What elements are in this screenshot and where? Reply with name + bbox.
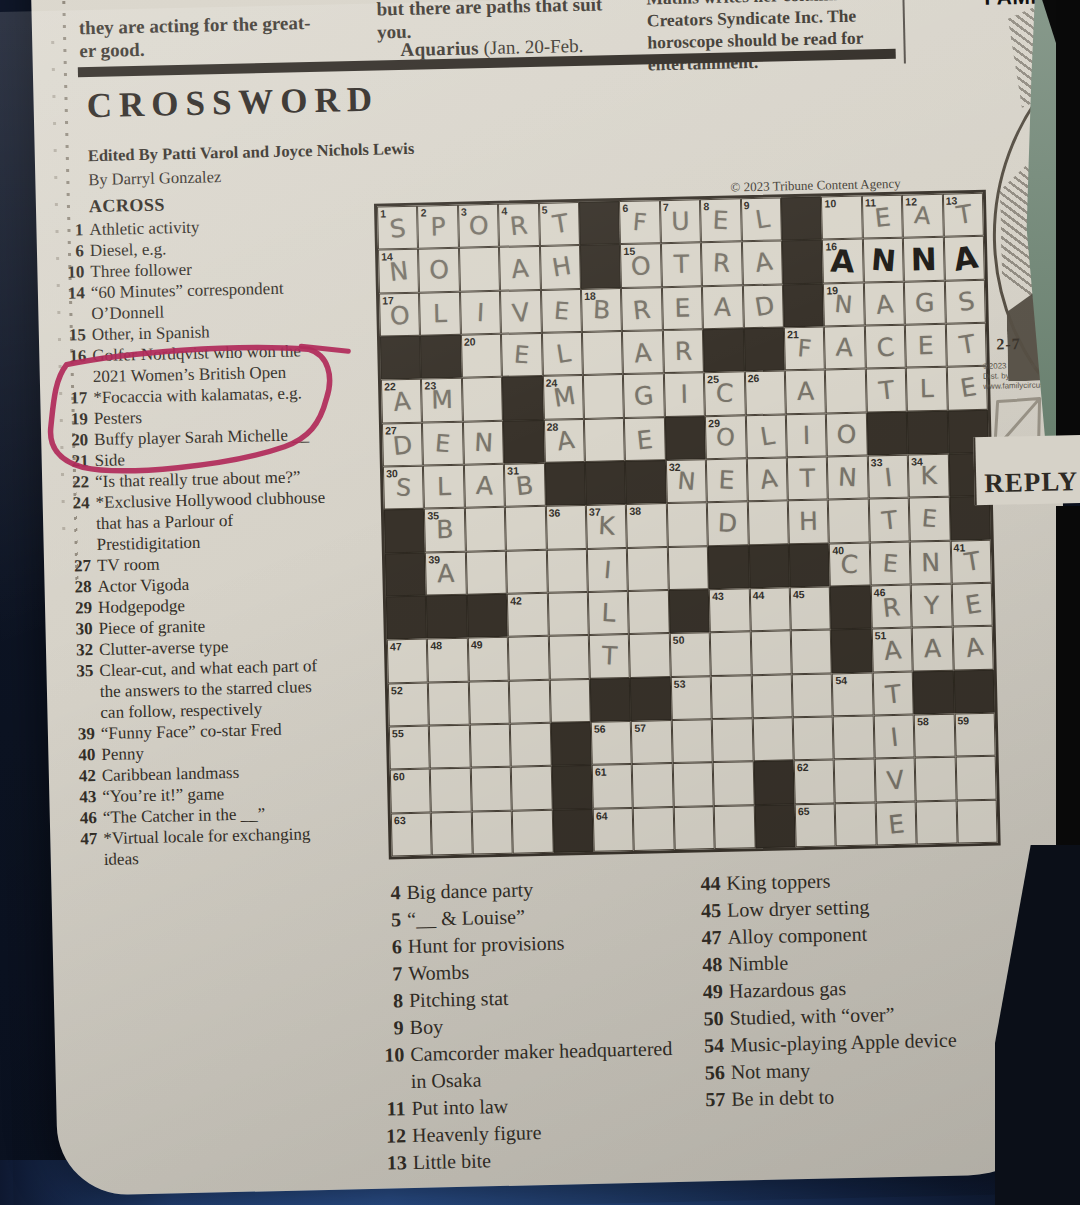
cell-r1c4[interactable]: 4R	[498, 203, 539, 247]
cell-r7c13[interactable]: 33I	[868, 455, 909, 499]
cell-r13c7[interactable]: 57	[631, 720, 672, 764]
reply-label: REPLY	[984, 466, 1079, 499]
handwritten-letter: O	[827, 413, 867, 456]
cell-r6c14	[907, 410, 948, 454]
cell-r1c12[interactable]: 10	[821, 196, 862, 240]
cell-r12c13[interactable]: T	[873, 671, 914, 715]
cell-r8c12[interactable]	[828, 499, 869, 543]
cell-r7c12[interactable]: N	[827, 456, 868, 500]
cell-r15c13[interactable]: E	[875, 801, 916, 845]
handwritten-letter: T	[788, 457, 827, 499]
clue-number: 11	[373, 1095, 412, 1123]
cell-r7c10[interactable]: A	[746, 457, 787, 501]
clue-number: 39	[69, 723, 101, 745]
cell-r7c11[interactable]: T	[787, 456, 828, 500]
cell-r5c3[interactable]	[462, 377, 503, 421]
cell-r15c1[interactable]: 63	[391, 812, 432, 856]
cell-r2c12[interactable]: 16A	[822, 239, 863, 283]
clue-number: 6	[58, 240, 90, 262]
handwritten-letter: A	[746, 456, 791, 503]
handwritten-letter: A	[426, 552, 465, 594]
handwritten-letter: C	[864, 325, 907, 370]
cell-r10c12	[830, 585, 871, 629]
cell-r7c2[interactable]: L	[423, 465, 464, 509]
cell-r14c10	[753, 761, 794, 805]
cell-r5c9[interactable]: 25C	[704, 372, 745, 416]
handwritten-letter: E	[423, 422, 463, 464]
cell-r8c4[interactable]	[505, 506, 546, 550]
cell-r9c4[interactable]	[506, 549, 547, 593]
handwritten-letter: L	[420, 292, 459, 334]
cell-r7c6	[585, 461, 626, 505]
cell-r8c11[interactable]: H	[788, 500, 829, 544]
clue-24-across: 24*Exclusive Hollywood clubhouse that ha…	[63, 487, 328, 556]
cell-r1c11	[781, 197, 822, 241]
cell-r9c14[interactable]: N	[910, 540, 951, 584]
cell-r8c10[interactable]	[747, 501, 788, 545]
cell-r10c9[interactable]: 43	[709, 588, 750, 632]
handwritten-letter: I	[665, 374, 704, 416]
cell-r6c7[interactable]: E	[624, 417, 665, 461]
cell-r13c3[interactable]	[470, 724, 511, 768]
cell-r10c15[interactable]: E	[951, 583, 992, 627]
cell-r14c3[interactable]	[471, 767, 512, 811]
cell-r12c2[interactable]	[428, 681, 469, 725]
torn-article-fragment-left: they are acting for the great- er good.	[79, 10, 375, 63]
cell-r8c14[interactable]: E	[909, 497, 950, 541]
clue-number: 43	[70, 786, 102, 808]
cell-r6c12[interactable]: O	[826, 412, 867, 456]
cell-r1c9[interactable]: 8E	[700, 198, 741, 242]
cell-r3c12[interactable]: 19N	[823, 282, 864, 326]
cell-number: 53	[674, 677, 686, 689]
clue-number: 46	[71, 807, 103, 829]
cell-r4c9	[703, 328, 744, 372]
across-clue-list: 1Athletic activity6Diesel, e.g.10Three f…	[57, 214, 336, 871]
handwritten-letter: S	[944, 278, 989, 325]
handwritten-letter: E	[701, 199, 741, 242]
cell-r9c12[interactable]: 40C	[829, 542, 870, 586]
cell-r5c5[interactable]: 24M	[543, 375, 584, 419]
cell-r11c3[interactable]: 49	[468, 637, 509, 681]
cell-r11c10[interactable]	[750, 631, 791, 675]
cell-r4c8[interactable]: R	[663, 329, 704, 373]
cell-r13c8[interactable]	[672, 719, 713, 763]
down-clue-list-left: 4Big dance party5“__ & Louise”6Hunt for …	[368, 873, 683, 1177]
cell-r14c12[interactable]	[834, 759, 875, 803]
cell-r13c15[interactable]: 59	[954, 713, 995, 757]
cell-r1c1[interactable]: 1S	[377, 206, 418, 250]
clue-number: 10	[372, 1041, 411, 1096]
cell-r11c11[interactable]	[791, 630, 832, 674]
cell-r2c3[interactable]	[459, 247, 500, 291]
handwritten-letter: T	[865, 368, 908, 413]
handwritten-letter: L	[588, 592, 628, 635]
cell-r10c5[interactable]	[547, 592, 588, 636]
handwritten-letter: L	[745, 412, 790, 459]
cell-r1c5[interactable]: 5T	[539, 202, 580, 246]
cell-r2c14[interactable]: N	[903, 237, 944, 281]
cell-r4c5[interactable]: L	[542, 332, 583, 376]
cell-r4c3[interactable]: 20	[461, 334, 502, 378]
cell-number: 62	[797, 761, 809, 773]
handwritten-letter: C	[830, 543, 870, 586]
cell-r11c13[interactable]: 51A	[872, 628, 913, 672]
cell-number: 52	[391, 684, 403, 696]
cell-r5c12[interactable]	[825, 369, 866, 413]
cell-r9c5[interactable]	[546, 549, 587, 593]
handwritten-letter: N	[904, 238, 943, 280]
handwritten-letter: O	[458, 204, 498, 247]
cell-r6c5[interactable]: 28A	[544, 419, 585, 463]
cell-r14c13[interactable]: V	[874, 758, 915, 802]
cell-r4c12[interactable]: A	[824, 326, 865, 370]
cell-r15c2[interactable]	[431, 811, 472, 855]
cell-r8c9[interactable]: D	[707, 502, 748, 546]
cell-r8c2[interactable]: 35B	[424, 508, 465, 552]
cell-r8c7[interactable]: 38	[626, 503, 667, 547]
clue-number: 29	[66, 597, 98, 619]
clue-text: *Exclusive Hollywood clubhouse that has …	[95, 487, 328, 555]
cell-r6c6[interactable]	[584, 418, 625, 462]
clue-number: 14	[59, 282, 92, 325]
cell-r14c6[interactable]: 61	[592, 764, 633, 808]
cell-r12c7	[630, 677, 671, 721]
handwritten-letter: A	[786, 371, 825, 413]
cell-r3c6[interactable]: 18B	[581, 288, 622, 332]
cell-r9c13[interactable]: E	[870, 541, 911, 585]
cell-r6c11[interactable]: I	[786, 413, 827, 457]
cell-number: 44	[752, 589, 764, 601]
clue-number: 13	[374, 1149, 413, 1177]
cell-r1c15[interactable]: 13T	[942, 193, 983, 237]
cell-r5c11[interactable]: A	[785, 370, 826, 414]
handwritten-letter: B	[581, 288, 621, 331]
cell-r10c7[interactable]	[628, 590, 669, 634]
cell-r10c6[interactable]: L	[588, 591, 629, 635]
handwritten-letter: R	[870, 585, 913, 630]
cell-r11c1[interactable]: 47	[387, 639, 428, 683]
cell-r11c8[interactable]: 50	[670, 632, 711, 676]
handwritten-letter: F	[620, 201, 660, 243]
handwritten-letter: A	[380, 379, 423, 424]
cell-number: 55	[392, 727, 404, 739]
handwritten-letter: Y	[912, 585, 951, 627]
cell-r11c2[interactable]: 48	[427, 638, 468, 682]
clue-number: 50	[691, 1005, 730, 1033]
cell-r7c14[interactable]: 34K	[908, 454, 949, 498]
handwritten-letter: E	[910, 498, 950, 540]
cell-r14c4[interactable]	[511, 766, 552, 810]
cell-r6c2[interactable]: E	[422, 421, 463, 465]
cell-r2c8[interactable]: T	[661, 243, 702, 287]
cell-r5c15[interactable]: E	[946, 366, 987, 410]
clue-number: 56	[692, 1059, 731, 1087]
cell-r9c6[interactable]: I	[587, 548, 628, 592]
cell-r5c1[interactable]: 22A	[381, 379, 422, 423]
handwritten-letter: B	[425, 509, 464, 551]
handwritten-letter: A	[499, 247, 542, 292]
handwritten-letter: I	[873, 715, 916, 760]
cell-r1c7[interactable]: 6F	[619, 200, 660, 244]
cell-r2c15[interactable]: A	[943, 236, 984, 280]
cell-r2c7[interactable]: 15O	[620, 243, 661, 287]
cell-r14c2[interactable]	[430, 768, 471, 812]
cell-r7c4[interactable]: 31B	[504, 463, 545, 507]
clue-number: 49	[691, 978, 730, 1006]
cell-r12c9[interactable]	[711, 675, 752, 719]
cell-r4c13[interactable]: C	[865, 325, 906, 369]
cell-r8c13[interactable]: T	[869, 498, 910, 542]
comic-date: 2-7	[996, 335, 1021, 354]
cell-r6c10[interactable]: L	[745, 414, 786, 458]
cell-r3c9[interactable]: A	[702, 285, 743, 329]
cell-r1c2[interactable]: 2P	[417, 205, 458, 249]
clue-text: Clear-cut, and what each part of the ans…	[99, 655, 332, 723]
cell-r5c6[interactable]	[583, 374, 624, 418]
cell-r9c15[interactable]: 41T	[950, 539, 991, 583]
cell-r2c5[interactable]: H	[540, 245, 581, 289]
cell-r12c5[interactable]	[549, 679, 590, 723]
cell-r3c2[interactable]: L	[419, 291, 460, 335]
cell-r5c14[interactable]: L	[906, 367, 947, 411]
handwritten-letter: E	[541, 290, 581, 332]
cell-r1c8[interactable]: 7U	[660, 199, 701, 243]
cell-r15c6[interactable]: 64	[593, 808, 634, 852]
cell-r7c8[interactable]: 32N	[666, 459, 707, 503]
clue-text: *Virtual locale for exchanging ideas	[103, 823, 336, 870]
cell-r7c9[interactable]: E	[706, 458, 747, 502]
cell-r3c14[interactable]: G	[904, 280, 945, 324]
torn-article-fragment-right: Mathis writes her column for Creators Sy…	[646, 0, 906, 75]
cell-r10c13[interactable]: 46R	[871, 585, 912, 629]
cell-r10c10[interactable]: 44	[749, 587, 790, 631]
handwritten-letter: I	[460, 291, 500, 334]
handwritten-letter: K	[909, 455, 948, 497]
cell-r2c1[interactable]: 14N	[378, 249, 419, 293]
cell-r10c4[interactable]: 42	[507, 593, 548, 637]
handwritten-letter: A	[622, 331, 665, 376]
cell-r4c1	[380, 336, 421, 380]
handwritten-letter: V	[500, 290, 543, 335]
handwritten-letter: G	[905, 281, 944, 323]
cell-r13c11[interactable]	[793, 716, 834, 760]
handwritten-letter: C	[705, 372, 745, 415]
clue-text: Be in debt to	[731, 1079, 1029, 1113]
cell-r13c1[interactable]: 55	[389, 726, 430, 770]
handwritten-letter: A	[863, 282, 906, 327]
cell-r12c3[interactable]	[469, 680, 510, 724]
cell-r15c3[interactable]	[472, 810, 513, 854]
handwritten-letter: N	[824, 283, 864, 325]
cell-r11c9[interactable]	[710, 632, 751, 676]
cell-r5c8[interactable]: I	[664, 373, 705, 417]
cell-r12c12[interactable]: 54	[832, 672, 873, 716]
cell-r14c1[interactable]: 60	[390, 769, 431, 813]
cell-r4c15[interactable]: T	[945, 323, 986, 367]
handwritten-letter: N	[828, 456, 868, 499]
cell-r13c13[interactable]: I	[874, 715, 915, 759]
clue-number: 47	[71, 828, 104, 871]
cell-r12c4[interactable]	[509, 679, 550, 723]
clue-number: 27	[65, 555, 97, 577]
cell-r4c4[interactable]: E	[501, 333, 542, 377]
cell-r15c7[interactable]	[633, 807, 674, 851]
cell-r11c5[interactable]	[548, 635, 589, 679]
background-black-strip-top	[1056, 0, 1080, 437]
cell-r15c11[interactable]: 65	[795, 803, 836, 847]
crossword-grid[interactable]: 1S2P3O4R5T6F7U8E9L1011E12A13T14NOAH15OTR…	[374, 190, 1001, 860]
handwritten-letter: R	[498, 203, 541, 248]
cell-r14c14[interactable]	[915, 757, 956, 801]
cell-number: 63	[394, 814, 406, 826]
cell-r14c5	[551, 765, 592, 809]
cell-r13c14[interactable]: 58	[914, 714, 955, 758]
cell-r15c12[interactable]	[835, 802, 876, 846]
cell-r12c6	[590, 678, 631, 722]
cell-r15c15[interactable]	[956, 799, 997, 843]
handwritten-letter: T	[950, 538, 995, 585]
cell-r10c14[interactable]: Y	[911, 584, 952, 628]
cell-r15c14[interactable]	[916, 800, 957, 844]
clue-number: 19	[62, 408, 94, 430]
cell-r11c15[interactable]: A	[952, 626, 993, 670]
clue-number: 28	[65, 576, 97, 598]
handwritten-letter: A	[943, 235, 988, 282]
cell-r3c3[interactable]: I	[460, 290, 501, 334]
clue-number: 30	[66, 618, 98, 640]
cell-r11c12	[831, 629, 872, 673]
cell-r11c4[interactable]	[508, 636, 549, 680]
cell-r11c6[interactable]: T	[589, 634, 630, 678]
cell-r1c13[interactable]: 11E	[862, 195, 903, 239]
cell-r2c9[interactable]: R	[701, 242, 742, 286]
handwritten-letter: H	[539, 244, 584, 291]
cell-r8c8[interactable]	[667, 503, 708, 547]
handwritten-letter: A	[543, 417, 588, 464]
cell-r3c13[interactable]: A	[864, 281, 905, 325]
handwritten-letter: N	[911, 541, 950, 583]
cell-number: 61	[595, 766, 607, 778]
cell-r15c8[interactable]	[674, 806, 715, 850]
handwritten-letter: T	[868, 498, 911, 543]
cell-r12c10[interactable]	[751, 674, 792, 718]
cell-r2c4[interactable]: A	[499, 246, 540, 290]
cell-r9c7[interactable]	[627, 547, 668, 591]
cell-r12c11[interactable]	[792, 673, 833, 717]
cell-r15c9[interactable]	[714, 805, 755, 849]
cell-r5c2[interactable]: 23M	[421, 378, 462, 422]
cell-r13c12[interactable]	[833, 715, 874, 759]
clue-number: 48	[690, 951, 729, 979]
cell-r1c14[interactable]: 12A	[902, 194, 943, 238]
cell-r9c3[interactable]	[466, 550, 507, 594]
cell-r4c14[interactable]: E	[905, 324, 946, 368]
cell-r14c15[interactable]	[955, 756, 996, 800]
handwritten-letter: O	[620, 244, 663, 289]
cell-r13c9[interactable]	[712, 718, 753, 762]
cell-r4c10	[743, 327, 784, 371]
cell-r9c8[interactable]	[668, 546, 709, 590]
handwritten-letter: L	[907, 368, 946, 410]
clue-number: 7	[370, 960, 409, 988]
cell-r3c4[interactable]: V	[500, 290, 541, 334]
clue-number: 10	[58, 261, 90, 283]
cell-r6c9[interactable]: 29O	[705, 415, 746, 459]
cell-r1c10[interactable]: 9L	[741, 197, 782, 241]
cell-number: 48	[430, 640, 442, 652]
cell-r3c15[interactable]: S	[944, 279, 985, 323]
cell-r6c1[interactable]: 27D	[382, 422, 423, 466]
handwritten-letter: T	[942, 191, 987, 238]
cell-r2c13[interactable]: N	[863, 238, 904, 282]
cell-r11c7[interactable]	[629, 633, 670, 677]
clue-number: 24	[63, 492, 96, 556]
cell-r1c3[interactable]: 3O	[458, 204, 499, 248]
cell-r3c7[interactable]: R	[621, 287, 662, 331]
cell-r13c6[interactable]: 56	[591, 721, 632, 765]
clue-number: 5	[369, 906, 408, 934]
cell-r12c8[interactable]: 53	[671, 676, 712, 720]
cell-r4c11[interactable]: 21F	[784, 326, 825, 370]
handwritten-letter: I	[867, 455, 910, 500]
cell-r2c10[interactable]: A	[742, 241, 783, 285]
cell-r3c10[interactable]: D	[742, 284, 783, 328]
cell-r13c2[interactable]	[429, 725, 470, 769]
cell-r7c1[interactable]: 30S	[383, 466, 424, 510]
handwritten-letter: S	[384, 467, 424, 509]
cell-r10c11[interactable]: 45	[790, 586, 831, 630]
cell-r8c6[interactable]: 37K	[586, 504, 627, 548]
cell-r14c7[interactable]	[632, 763, 673, 807]
cell-r15c4[interactable]	[512, 809, 553, 853]
cell-r3c8[interactable]: E	[662, 286, 703, 330]
cell-r14c11[interactable]: 62	[794, 760, 835, 804]
handwritten-letter: E	[906, 325, 945, 367]
clue-number: 54	[692, 1032, 731, 1060]
handwritten-letter: E	[870, 542, 910, 584]
handwritten-letter: E	[663, 287, 702, 329]
cell-r6c3[interactable]: N	[463, 420, 504, 464]
cell-r5c10[interactable]: 26	[744, 371, 785, 415]
cell-r3c5[interactable]: E	[541, 289, 582, 333]
cell-r4c6[interactable]	[582, 331, 623, 375]
cell-r4c7[interactable]: A	[622, 330, 663, 374]
cell-r8c5[interactable]: 36	[545, 505, 586, 549]
cell-number: 58	[917, 715, 929, 727]
cell-r13c4[interactable]	[510, 723, 551, 767]
cell-r2c2[interactable]: O	[418, 248, 459, 292]
down-clues-column-right: 44King toppers45Low dryer setting47Alloy…	[688, 863, 1028, 1114]
cell-r3c1[interactable]: 17O	[379, 292, 420, 336]
cell-r11c14[interactable]: A	[912, 627, 953, 671]
cell-r12c1[interactable]: 52	[388, 682, 429, 726]
cell-r14c9[interactable]	[713, 762, 754, 806]
clue-number: 22	[63, 471, 95, 493]
clue-number: 6	[370, 933, 409, 961]
cell-r6c13	[867, 411, 908, 455]
cell-r13c10[interactable]	[752, 717, 793, 761]
cell-r5c13[interactable]: T	[866, 368, 907, 412]
cell-r9c2[interactable]: 39A	[425, 551, 466, 595]
handwritten-letter: A	[703, 286, 743, 329]
cell-r8c3[interactable]	[465, 507, 506, 551]
cell-r7c3[interactable]: A	[464, 464, 505, 508]
handwritten-letter: O	[419, 249, 458, 291]
cell-r5c7[interactable]: G	[623, 373, 664, 417]
cell-r14c8[interactable]	[673, 762, 714, 806]
handwritten-letter: F	[785, 328, 825, 370]
